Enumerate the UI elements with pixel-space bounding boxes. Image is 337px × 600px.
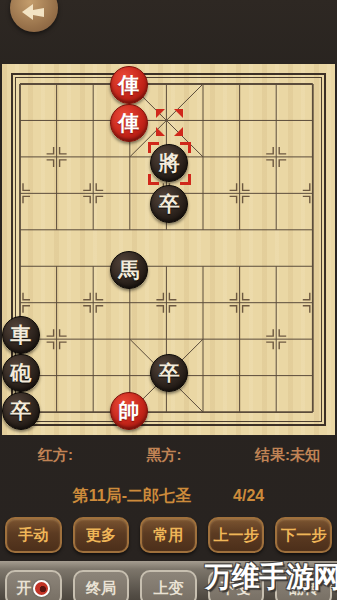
next-step-button-label: 下一步: [281, 526, 326, 545]
prev-step-button-label: 上一步: [214, 526, 259, 545]
more-button[interactable]: 更多: [73, 517, 130, 553]
prev-variation-button[interactable]: 上变: [140, 570, 197, 600]
prev-variation-button-label: 上变: [153, 579, 183, 598]
black-soldier[interactable]: 卒: [150, 185, 188, 223]
common-button-label: 常用: [153, 526, 183, 545]
black-horse[interactable]: 馬: [110, 251, 148, 289]
more-button-label: 更多: [86, 526, 116, 545]
back-arrow-icon: [22, 4, 46, 22]
xiangqi-board[interactable]: 俥俥將卒馬車砲卒卒帥: [2, 64, 335, 435]
black-soldier[interactable]: 卒: [2, 392, 40, 430]
endgame-button[interactable]: 终局: [73, 570, 130, 600]
next-step-button[interactable]: 下一步: [275, 517, 332, 553]
manual-button[interactable]: 手动: [5, 517, 62, 553]
opening-button-label: 开: [16, 579, 31, 598]
title-row: 第11局-二郎七圣 4/24: [0, 484, 337, 508]
move-progress: 4/24: [233, 487, 264, 505]
manual-button-label: 手动: [18, 526, 48, 545]
black-side-label: 黑方:: [147, 446, 182, 465]
last-move-from-marker: [156, 109, 183, 136]
red-side-label: 红方:: [38, 446, 73, 465]
pieces-layer: 俥俥將卒馬車砲卒卒帥: [2, 66, 331, 431]
black-soldier[interactable]: 卒: [150, 354, 188, 392]
black-cannon[interactable]: 砲: [2, 354, 40, 392]
app-screen: 俥俥將卒馬車砲卒卒帥 红方: 黑方: 结果:未知 第11局-二郎七圣 4/24 …: [0, 0, 337, 600]
puzzle-title: 第11局-二郎七圣: [73, 486, 191, 507]
red-chariot[interactable]: 俥: [110, 66, 148, 104]
toolbar-primary: 手动更多常用上一步下一步: [0, 514, 337, 556]
red-chariot[interactable]: 俥: [110, 104, 148, 142]
back-button[interactable]: [10, 0, 58, 32]
black-chariot[interactable]: 車: [2, 316, 40, 354]
black-general[interactable]: 將: [150, 144, 188, 182]
result-label: 结果:未知: [255, 446, 320, 465]
opening-button[interactable]: 开: [5, 570, 62, 600]
prev-step-button[interactable]: 上一步: [208, 517, 265, 553]
watermark: 万维手游网: [205, 558, 337, 596]
record-icon: [33, 580, 50, 597]
red-general[interactable]: 帥: [110, 392, 148, 430]
status-row: 红方: 黑方: 结果:未知: [0, 444, 337, 466]
common-button[interactable]: 常用: [140, 517, 197, 553]
endgame-button-label: 终局: [86, 579, 116, 598]
